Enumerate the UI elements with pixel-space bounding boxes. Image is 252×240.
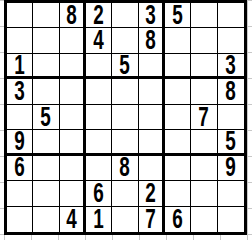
cell-r3c8[interactable] [191,54,217,79]
given-digit: 8 [120,156,131,181]
given-digit: 1 [14,54,25,79]
cell-r8c7[interactable] [165,181,191,206]
cell-r1c8[interactable] [191,3,217,28]
cell-r2c9[interactable] [218,28,244,53]
given-digit: 5 [120,54,131,79]
cell-r2c5[interactable] [112,28,138,53]
cell-r8c1[interactable] [7,181,33,206]
cell-r3c2[interactable] [33,54,59,79]
given-digit: 5 [172,3,183,28]
cell-r7c1[interactable]: 6 [7,156,33,181]
cell-r7c5[interactable]: 8 [112,156,138,181]
cell-r1c1[interactable] [7,3,33,28]
cell-r5c9[interactable] [218,105,244,130]
cell-r9c7[interactable]: 6 [165,207,191,232]
given-digit: 6 [14,156,25,181]
cell-r7c6[interactable] [139,156,165,181]
cell-r4c7[interactable] [165,79,191,104]
cell-r2c7[interactable] [165,28,191,53]
cell-r8c2[interactable] [33,181,59,206]
given-digit: 8 [226,79,237,104]
given-digit: 3 [14,79,25,104]
cell-r3c6[interactable] [139,54,165,79]
cell-r6c7[interactable] [165,130,191,155]
cell-r5c1[interactable] [7,105,33,130]
cell-r9c3[interactable]: 4 [60,207,86,232]
cell-r9c4[interactable]: 1 [86,207,112,232]
cell-r1c4[interactable]: 2 [86,3,112,28]
cell-r8c6[interactable]: 2 [139,181,165,206]
cell-r5c8[interactable]: 7 [191,105,217,130]
cell-r8c8[interactable] [191,181,217,206]
given-digit: 5 [41,105,52,130]
given-digit: 7 [145,207,156,232]
cell-r9c9[interactable] [218,207,244,232]
cell-r5c6[interactable] [139,105,165,130]
cell-r6c8[interactable] [191,130,217,155]
cell-r4c1[interactable]: 3 [7,79,33,104]
cell-r4c9[interactable]: 8 [218,79,244,104]
given-digit: 6 [93,181,104,206]
cell-r9c5[interactable] [112,207,138,232]
cell-r9c6[interactable]: 7 [139,207,165,232]
cell-r8c4[interactable]: 6 [86,181,112,206]
given-digit: 1 [93,207,104,232]
cell-r7c3[interactable] [60,156,86,181]
cell-r5c3[interactable] [60,105,86,130]
cell-r1c5[interactable] [112,3,138,28]
given-digit: 5 [226,130,237,155]
cell-r2c2[interactable] [33,28,59,53]
cell-r2c4[interactable]: 4 [86,28,112,53]
cell-r7c4[interactable] [86,156,112,181]
cell-r4c8[interactable] [191,79,217,104]
cell-r1c6[interactable]: 3 [139,3,165,28]
given-digit: 3 [145,3,156,28]
given-digit: 6 [172,207,183,232]
cell-r2c1[interactable] [7,28,33,53]
cell-r6c5[interactable] [112,130,138,155]
given-digit: 9 [14,130,25,155]
cell-r4c4[interactable] [86,79,112,104]
given-digit: 2 [93,3,104,28]
cell-r4c6[interactable] [139,79,165,104]
cell-r5c7[interactable] [165,105,191,130]
given-digit: 8 [145,28,156,53]
cell-r7c9[interactable]: 9 [218,156,244,181]
given-digit: 3 [226,54,237,79]
cell-r7c7[interactable] [165,156,191,181]
given-digit: 4 [93,28,104,53]
sudoku-board: 823548153385795689624176 [4,0,247,235]
cell-r1c9[interactable] [218,3,244,28]
cell-r6c4[interactable] [86,130,112,155]
cell-r8c9[interactable] [218,181,244,206]
given-digit: 2 [145,181,156,206]
cell-r7c2[interactable] [33,156,59,181]
cell-r3c3[interactable] [60,54,86,79]
cell-r2c3[interactable] [60,28,86,53]
cell-r9c1[interactable] [7,207,33,232]
cell-r6c6[interactable] [139,130,165,155]
cell-r6c2[interactable] [33,130,59,155]
cell-r9c2[interactable] [33,207,59,232]
cell-r6c1[interactable]: 9 [7,130,33,155]
cell-r3c5[interactable]: 5 [112,54,138,79]
cell-r6c9[interactable]: 5 [218,130,244,155]
cell-r2c8[interactable] [191,28,217,53]
cell-r1c2[interactable] [33,3,59,28]
cell-r4c2[interactable] [33,79,59,104]
cell-r4c3[interactable] [60,79,86,104]
given-digit: 8 [66,3,77,28]
cell-r8c5[interactable] [112,181,138,206]
cell-r6c3[interactable] [60,130,86,155]
given-digit: 4 [66,207,77,232]
cell-r3c4[interactable] [86,54,112,79]
cell-r2c6[interactable]: 8 [139,28,165,53]
cell-r1c7[interactable]: 5 [165,3,191,28]
cell-r1c3[interactable]: 8 [60,3,86,28]
cell-r5c5[interactable] [112,105,138,130]
cell-r3c9[interactable]: 3 [218,54,244,79]
given-digit: 9 [226,156,237,181]
cell-r3c1[interactable]: 1 [7,54,33,79]
cell-r9c8[interactable] [191,207,217,232]
cell-r5c2[interactable]: 5 [33,105,59,130]
cell-r7c8[interactable] [191,156,217,181]
cell-r5c4[interactable] [86,105,112,130]
cell-r8c3[interactable] [60,181,86,206]
given-digit: 7 [199,105,210,130]
cell-r4c5[interactable] [112,79,138,104]
cell-r3c7[interactable] [165,54,191,79]
